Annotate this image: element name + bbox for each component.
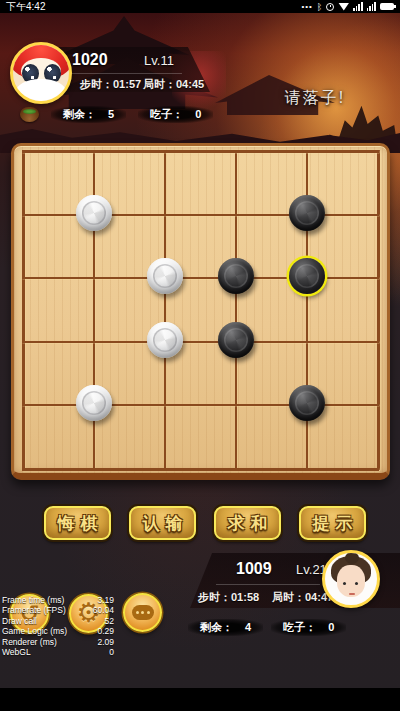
status-bar: 下午4:42 ••• ᛒ: [0, 0, 400, 13]
draw-button[interactable]: 求和: [214, 506, 281, 540]
grid-line-horizontal: [22, 277, 379, 279]
player-top-avatar[interactable]: [10, 42, 72, 104]
hint-button[interactable]: 提示: [299, 506, 366, 540]
black-stone-last-move[interactable]: [289, 258, 325, 294]
player-top-counters: 剩余：5 吃子：0: [20, 106, 213, 123]
resign-button[interactable]: 认输: [129, 506, 196, 540]
app-screen: 下午4:42 ••• ᛒ 请落子! 1020 Lv.11 步时：01:57 局时…: [0, 0, 400, 711]
battery-icon: [380, 3, 394, 10]
player-top-level: Lv.11: [144, 53, 174, 68]
remaining-counter: 剩余：4: [188, 619, 263, 636]
grid-line-horizontal: [22, 341, 379, 343]
captured-counter: 吃子：0: [271, 619, 346, 636]
player-bottom-step-time: 步时：01:58: [198, 590, 259, 605]
white-stone[interactable]: [147, 258, 183, 294]
back-arrow-icon: ↺: [19, 602, 39, 626]
woman-eye: [343, 582, 346, 585]
wifi-icon: [338, 3, 349, 11]
gear-icon: ⚙: [76, 600, 100, 627]
alarm-icon: [326, 3, 334, 11]
white-stone[interactable]: [147, 322, 183, 358]
grid-line-vertical: [22, 150, 25, 470]
signal-icon: [353, 2, 362, 11]
settings-button[interactable]: ⚙: [69, 594, 108, 633]
status-icons: ••• ᛒ: [301, 0, 394, 13]
woman-eye: [355, 582, 358, 585]
signal-icon-2: [367, 2, 376, 11]
turn-prompt: 请落子!: [250, 88, 380, 109]
divider: [54, 73, 182, 74]
player-bottom-score: 1009: [236, 560, 272, 578]
more-dots-icon: •••: [301, 2, 312, 12]
woman-mouth: [349, 593, 355, 596]
chat-bubble-icon: [132, 605, 154, 620]
grid-line-vertical: [235, 150, 237, 470]
player-top-round-time: 局时：04:45: [143, 77, 204, 92]
woman-face: [337, 565, 365, 596]
exit-button[interactable]: ↺: [10, 594, 49, 633]
white-stone[interactable]: [76, 195, 112, 231]
black-stone[interactable]: [289, 195, 325, 231]
stone-bowl-icon: [20, 107, 39, 122]
grid-line-vertical: [164, 150, 166, 470]
player-top-step-time: 步时：01:57: [80, 77, 141, 92]
clock-time: 下午4:42: [6, 0, 45, 13]
player-bottom-counters: 剩余：4 吃子：0: [188, 619, 400, 636]
captured-counter: 吃子：0: [138, 106, 213, 123]
grid-line-vertical: [377, 150, 380, 470]
game-board[interactable]: [11, 143, 390, 480]
divider: [216, 584, 320, 585]
navigation-bar: [0, 688, 400, 711]
chat-button[interactable]: [123, 593, 162, 632]
player-top-score: 1020: [72, 51, 108, 69]
grid-line-horizontal: [22, 468, 379, 471]
player-bottom-round-time: 局时：04:47: [272, 590, 333, 605]
remaining-counter: 剩余：5: [51, 106, 126, 123]
black-stone[interactable]: [218, 258, 254, 294]
undo-button[interactable]: 悔棋: [44, 506, 111, 540]
bluetooth-icon: ᛒ: [317, 2, 322, 12]
grid-line-horizontal: [22, 150, 379, 153]
board-grid: [22, 150, 379, 470]
player-bottom-avatar[interactable]: [322, 550, 380, 608]
black-stone[interactable]: [218, 322, 254, 358]
